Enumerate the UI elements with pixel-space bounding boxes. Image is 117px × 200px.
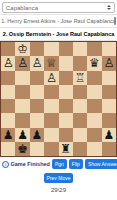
square-c5[interactable]	[73, 99, 87, 113]
prev-move-button[interactable]: Prev Move	[44, 173, 74, 183]
square-g6[interactable]	[15, 113, 29, 127]
square-b1[interactable]	[87, 42, 101, 56]
game-list: 1. Henry Ernest Atkins - Jose Raul Capab…	[0, 14, 117, 41]
square-f6[interactable]	[30, 113, 44, 127]
square-d5[interactable]	[59, 99, 73, 113]
controls-row: i Game Finished Pgn Flip Show Answer	[0, 157, 117, 170]
square-d1[interactable]	[59, 42, 73, 56]
white-pawn: ♙	[103, 57, 114, 69]
square-g7[interactable]: ♟	[15, 128, 29, 142]
square-g4[interactable]	[15, 85, 29, 99]
white-king: ♔	[17, 43, 28, 55]
square-a2[interactable]: ♙	[102, 56, 116, 70]
square-f5[interactable]	[30, 99, 44, 113]
square-d8[interactable]: ♜	[59, 142, 73, 156]
square-g5[interactable]	[15, 99, 29, 113]
game-status-label: Game Finished	[11, 161, 50, 167]
square-h5[interactable]	[1, 99, 15, 113]
square-h3[interactable]	[1, 71, 15, 85]
player-select-dropdown[interactable]: Capablanca	[2, 2, 115, 13]
square-h2[interactable]: ♙	[1, 56, 15, 70]
square-a7[interactable]: ♟	[102, 128, 116, 142]
black-pawn: ♟	[32, 129, 43, 141]
dropdown-stepper-icon	[107, 5, 111, 10]
square-f7[interactable]: ♟	[30, 128, 44, 142]
square-e3[interactable]: ♙	[44, 71, 58, 85]
square-d4[interactable]	[59, 85, 73, 99]
square-h1[interactable]	[1, 42, 15, 56]
square-g8[interactable]: ♚	[15, 142, 29, 156]
square-e2[interactable]: ♕	[44, 56, 58, 70]
black-pawn: ♟	[103, 129, 114, 141]
white-rook: ♖	[75, 72, 86, 84]
white-pawn: ♙	[32, 57, 43, 69]
square-a1[interactable]	[102, 42, 116, 56]
square-g3[interactable]	[15, 71, 29, 85]
square-a3[interactable]	[102, 71, 116, 85]
square-h8[interactable]	[1, 142, 15, 156]
show-answer-button[interactable]: Show Answer	[85, 159, 117, 169]
square-b7[interactable]	[87, 128, 101, 142]
square-e4[interactable]	[44, 85, 58, 99]
square-e8[interactable]	[44, 142, 58, 156]
square-a4[interactable]	[102, 85, 116, 99]
square-f2[interactable]: ♙	[30, 56, 44, 70]
square-b8[interactable]	[87, 142, 101, 156]
square-b5[interactable]	[87, 99, 101, 113]
square-c8[interactable]	[73, 142, 87, 156]
square-h4[interactable]	[1, 85, 15, 99]
square-d6[interactable]	[59, 113, 73, 127]
square-b2[interactable]: ♛	[87, 56, 101, 70]
square-d7[interactable]	[59, 128, 73, 142]
prev-move-row: Prev Move	[0, 173, 117, 183]
white-pawn: ♙	[46, 72, 57, 84]
game-list-item-1[interactable]: 1. Henry Ernest Atkins - Jose Raul Capab…	[0, 15, 117, 28]
square-b4[interactable]	[87, 85, 101, 99]
game-list-item-2[interactable]: 2. Ossip Bernstein - Jose Raul Capablanc…	[0, 28, 117, 41]
square-a8[interactable]	[102, 142, 116, 156]
square-c4[interactable]	[73, 85, 87, 99]
square-d2[interactable]	[59, 56, 73, 70]
square-f4[interactable]	[30, 85, 44, 99]
move-counter: 29\29	[0, 187, 117, 193]
white-pawn: ♙	[3, 57, 14, 69]
white-queen: ♕	[46, 57, 57, 69]
square-g1[interactable]: ♔	[15, 42, 29, 56]
info-icon: i	[2, 161, 9, 168]
square-c6[interactable]	[73, 113, 87, 127]
square-a6[interactable]	[102, 113, 116, 127]
square-h6[interactable]	[1, 113, 15, 127]
square-h7[interactable]: ♟	[1, 128, 15, 142]
square-f1[interactable]	[30, 42, 44, 56]
black-rook: ♜	[60, 143, 71, 155]
black-pawn: ♟	[3, 129, 14, 141]
pgn-button[interactable]: Pgn	[52, 159, 67, 169]
square-e6[interactable]	[44, 113, 58, 127]
game-status: i Game Finished	[2, 161, 50, 168]
game-list-item-1-label: 1. Henry Ernest Atkins - Jose Raul Capab…	[1, 18, 116, 24]
square-b6[interactable]	[87, 113, 101, 127]
square-c7[interactable]	[73, 128, 87, 142]
square-e5[interactable]	[44, 99, 58, 113]
chess-board: ♔♙♙♙♕♛♙♙♖♟♟♟♟♚♜	[0, 41, 117, 157]
game-list-item-2-label: 2. Ossip Bernstein - Jose Raul Capablanc…	[3, 31, 115, 37]
square-a5[interactable]	[102, 99, 116, 113]
square-d3[interactable]	[59, 71, 73, 85]
square-g2[interactable]: ♙	[15, 56, 29, 70]
black-queen: ♛	[89, 57, 100, 69]
square-f8[interactable]	[30, 142, 44, 156]
white-pawn: ♙	[17, 57, 28, 69]
square-c2[interactable]	[73, 56, 87, 70]
square-f3[interactable]	[30, 71, 44, 85]
square-c3[interactable]: ♖	[73, 71, 87, 85]
square-c1[interactable]	[73, 42, 87, 56]
black-king: ♚	[17, 143, 28, 155]
square-e7[interactable]	[44, 128, 58, 142]
player-select-value: Capablanca	[6, 5, 38, 11]
square-e1[interactable]	[44, 42, 58, 56]
flip-button[interactable]: Flip	[69, 159, 83, 169]
list-scrollbar[interactable]	[114, 17, 116, 25]
square-b3[interactable]	[87, 71, 101, 85]
black-pawn: ♟	[17, 129, 28, 141]
